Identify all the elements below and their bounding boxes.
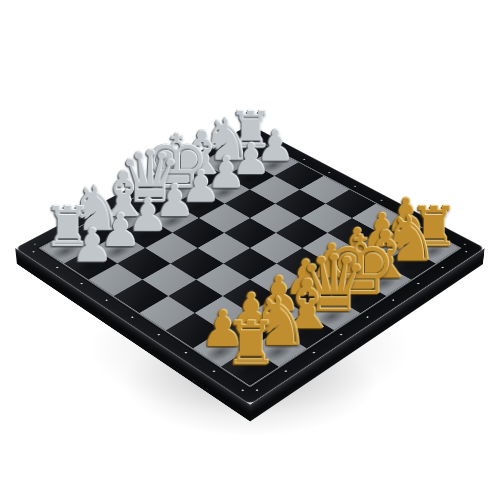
chess-board: ♜♞♝♛♚♝♞♜♟♟♟♟♟♟♟♟♟♟♟♟♟♟♟♟♜♞♝♛♚♝♞♜ <box>15 125 485 405</box>
square-a7[interactable]: ♟ <box>64 248 117 280</box>
board-frame: ♜♞♝♛♚♝♞♜♟♟♟♟♟♟♟♟♟♟♟♟♟♟♟♟♜♞♝♛♚♝♞♜ <box>15 125 485 405</box>
piece-silver-pawn[interactable]: ♟ <box>61 166 122 263</box>
product-photo-stage: ♜♞♝♛♚♝♞♜♟♟♟♟♟♟♟♟♟♟♟♟♟♟♟♟♜♞♝♛♚♝♞♜ <box>0 0 500 500</box>
gold-rook-glyph: ♜ <box>223 315 277 373</box>
piece-gold-rook[interactable]: ♜ <box>217 261 283 367</box>
board-field: ♜♞♝♛♚♝♞♜♟♟♟♟♟♟♟♟♟♟♟♟♟♟♟♟♜♞♝♛♚♝♞♜ <box>41 137 460 386</box>
silver-pawn-glyph: ♟ <box>70 224 112 268</box>
perspective-scene: ♜♞♝♛♚♝♞♜♟♟♟♟♟♟♟♟♟♟♟♟♟♟♟♟♜♞♝♛♚♝♞♜ <box>0 0 500 500</box>
